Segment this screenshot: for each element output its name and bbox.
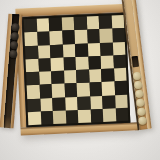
board-square[interactable] — [76, 69, 89, 83]
board-square[interactable] — [88, 56, 101, 70]
board-square[interactable] — [26, 72, 39, 86]
board-square[interactable] — [86, 16, 99, 30]
board-square[interactable] — [89, 69, 102, 83]
board-square[interactable] — [40, 111, 53, 125]
board-square[interactable] — [113, 55, 126, 69]
board-square[interactable] — [99, 15, 112, 29]
dark-checker-piece[interactable] — [9, 50, 18, 59]
board-square[interactable] — [77, 83, 90, 97]
board-square[interactable] — [39, 71, 52, 85]
board-square[interactable] — [64, 83, 77, 97]
checkers-box — [15, 3, 138, 135]
board-square[interactable] — [102, 95, 115, 109]
board-square[interactable] — [49, 18, 62, 32]
board-square[interactable] — [75, 56, 88, 70]
board-square[interactable] — [50, 44, 63, 58]
board-square[interactable] — [112, 28, 125, 42]
board-square[interactable] — [52, 97, 65, 111]
board-square[interactable] — [25, 58, 38, 72]
photo-backdrop — [0, 0, 160, 160]
board-square[interactable] — [27, 98, 40, 112]
checkers-board — [22, 13, 131, 127]
board-square[interactable] — [63, 57, 76, 71]
light-checker-piece[interactable] — [133, 72, 142, 81]
board-square[interactable] — [65, 110, 78, 124]
board-square[interactable] — [64, 70, 77, 84]
board-square[interactable] — [53, 110, 66, 124]
board-square[interactable] — [100, 55, 113, 69]
board-square[interactable] — [75, 43, 88, 57]
board-square[interactable] — [25, 45, 38, 59]
light-checker-piece[interactable] — [137, 107, 146, 116]
board-square[interactable] — [61, 17, 74, 31]
board-square[interactable] — [50, 57, 63, 71]
board-square[interactable] — [77, 96, 90, 110]
board-square[interactable] — [40, 98, 53, 112]
light-checker-piece[interactable] — [135, 89, 144, 98]
board-square[interactable] — [103, 108, 116, 122]
light-checker-piece[interactable] — [134, 80, 143, 89]
board-square[interactable] — [24, 32, 37, 46]
board-square[interactable] — [62, 44, 75, 58]
board-square[interactable] — [74, 17, 87, 31]
board-square[interactable] — [100, 42, 113, 56]
board-square[interactable] — [28, 111, 41, 125]
board-square[interactable] — [101, 68, 114, 82]
board-square[interactable] — [74, 30, 87, 44]
rail-slot — [132, 56, 139, 68]
board-square[interactable] — [99, 29, 112, 43]
board-square[interactable] — [111, 15, 124, 29]
board-square[interactable] — [112, 41, 125, 55]
board-square[interactable] — [37, 45, 50, 59]
board-square[interactable] — [36, 18, 49, 32]
dark-checker-piece[interactable] — [10, 32, 19, 41]
board-square[interactable] — [87, 42, 100, 56]
board-square[interactable] — [114, 81, 127, 95]
board-square[interactable] — [115, 94, 128, 108]
board-square[interactable] — [37, 31, 50, 45]
board-square[interactable] — [24, 19, 37, 33]
board-square[interactable] — [78, 109, 91, 123]
board-square[interactable] — [38, 58, 51, 72]
board-square[interactable] — [90, 95, 103, 109]
board-square[interactable] — [90, 109, 103, 123]
board-square[interactable] — [115, 108, 128, 122]
light-checker-piece[interactable] — [138, 116, 147, 125]
dark-checker-piece[interactable] — [11, 23, 20, 32]
board-square[interactable] — [87, 29, 100, 43]
board-square[interactable] — [27, 85, 40, 99]
board-square[interactable] — [113, 68, 126, 82]
board-square[interactable] — [49, 31, 62, 45]
board-square[interactable] — [89, 82, 102, 96]
board-square[interactable] — [39, 84, 52, 98]
board-square[interactable] — [51, 71, 64, 85]
light-checker-piece[interactable] — [136, 98, 145, 107]
board-square[interactable] — [65, 97, 78, 111]
board-square[interactable] — [102, 82, 115, 96]
board-square[interactable] — [62, 30, 75, 44]
board-square[interactable] — [52, 84, 65, 98]
board-row — [16, 12, 139, 127]
dark-checker-piece[interactable] — [9, 41, 18, 50]
